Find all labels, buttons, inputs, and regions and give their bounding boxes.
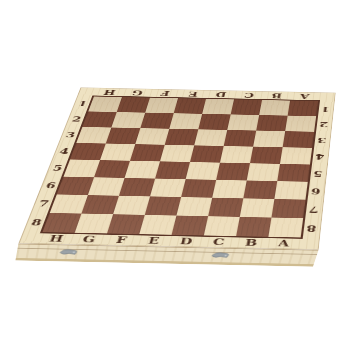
file-label-top: B [271,92,282,99]
product-photo: HH11GG22FF33EE44DD55CC66BB77AA88 [0,0,350,350]
rank-label-right: 7 [309,205,319,213]
square-d3 [194,129,227,146]
rank-label-right: 1 [321,105,330,112]
rank-label-left: 1 [77,100,88,107]
file-label-top: H [103,89,117,96]
file-label-bottom: F [115,235,128,244]
file-label-top: G [131,89,143,96]
square-b4 [250,147,283,164]
square-e3 [165,129,199,146]
latch-clasp-icon [58,248,79,257]
square-f5 [125,161,160,179]
square-f2 [140,113,173,129]
chess-board: HH11GG22FF33EE44DD55CC66BB77AA88 [18,87,335,249]
rank-label-left: 4 [58,147,70,154]
file-label-bottom: B [245,238,258,247]
square-d6 [181,179,216,197]
camera-tilt: HH11GG22FF33EE44DD55CC66BB77AA88 [17,22,350,302]
square-e7 [145,196,181,215]
file-label-top: E [188,90,199,97]
square-b8 [236,217,271,237]
square-e1 [174,98,206,114]
square-a4 [280,147,312,164]
file-label-bottom: D [179,237,193,246]
rank-label-left: 5 [52,164,64,172]
square-c5 [216,163,250,181]
square-d1 [202,99,234,115]
square-b3 [253,131,285,148]
rank-label-right: 6 [311,187,321,195]
square-c6 [212,180,246,199]
square-a3 [283,131,315,148]
latch-clasp-icon [210,251,232,260]
square-c2 [227,114,259,130]
file-label-top: A [300,93,310,100]
rank-label-right: 5 [313,169,323,177]
rank-label-right: 2 [319,121,328,128]
square-a7 [271,199,305,218]
square-e6 [150,179,186,197]
board-grid [42,96,318,237]
file-label-top: C [244,92,255,99]
square-b5 [247,163,280,181]
square-g7 [81,195,119,214]
board-playing-area [40,95,320,238]
file-label-bottom: A [278,239,290,248]
rank-label-left: 3 [65,131,77,138]
square-a8 [268,218,303,238]
square-e4 [160,145,194,162]
square-b1 [259,100,290,116]
square-f6 [119,178,155,196]
square-f1 [145,98,178,114]
rank-label-right: 8 [306,224,317,233]
square-a5 [277,164,310,182]
square-d2 [198,114,230,130]
square-f8 [107,214,145,234]
square-d7 [176,197,212,216]
rank-label-right: 3 [317,136,327,143]
square-c1 [231,99,262,115]
square-f7 [113,196,150,215]
square-e8 [139,215,176,235]
square-e5 [155,161,190,179]
square-a1 [288,101,318,117]
square-c4 [220,146,253,163]
square-d4 [190,145,224,162]
square-g8 [75,214,113,234]
square-h7 [50,194,88,213]
square-e2 [169,113,202,129]
coordinate-labels: HH11GG22FF33EE44DD55CC66BB77AA88 [81,87,336,92]
rank-label-right: 4 [315,153,325,160]
square-c3 [224,130,257,147]
square-h6 [57,177,94,195]
rank-label-left: 6 [45,181,57,189]
rank-label-left: 8 [30,218,43,227]
board-top-face: HH11GG22FF33EE44DD55CC66BB77AA88 [18,87,335,249]
file-label-bottom: H [48,234,64,243]
file-label-top: D [215,91,227,98]
square-g6 [88,177,125,195]
rank-label-left: 2 [71,116,82,123]
file-label-top: F [160,90,170,96]
square-h5 [64,159,101,177]
file-label-bottom: G [81,235,96,244]
file-label-bottom: E [147,236,160,245]
square-h8 [42,213,81,233]
square-c7 [208,198,243,217]
file-label-bottom: C [212,237,225,246]
square-a6 [274,181,307,200]
square-c8 [204,216,240,236]
square-b6 [243,180,277,199]
square-b7 [240,198,275,217]
perspective-scene: HH11GG22FF33EE44DD55CC66BB77AA88 [17,22,350,302]
square-d5 [186,162,220,180]
square-a2 [285,116,316,132]
rank-label-left: 7 [38,199,51,207]
square-b2 [256,115,287,131]
square-g5 [94,160,130,178]
square-d8 [172,216,209,236]
